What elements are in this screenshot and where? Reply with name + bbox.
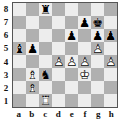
rank-label-6: 6	[0, 29, 12, 42]
piece-white-pawn: ♙	[78, 55, 91, 68]
piece-black-pawn: ♟	[104, 29, 117, 42]
chess-diagram: 87654321 ♜♟♚♟♟♟♝♟♟♙♟♙♟♙♟♙♟♙♝♗♞♚♔♝♗♜♖ abc…	[0, 0, 118, 119]
square-c5	[39, 42, 52, 55]
square-c2	[39, 81, 52, 94]
piece-white-pawn-fill: ♟	[52, 55, 65, 68]
square-a3	[13, 68, 26, 81]
piece-white-pawn: ♙	[104, 55, 117, 68]
square-g1	[91, 94, 104, 107]
piece-white-pawn-fill: ♟	[78, 55, 91, 68]
square-d8	[52, 3, 65, 16]
square-d1	[52, 94, 65, 107]
square-g3	[91, 68, 104, 81]
piece-black-bishop: ♝	[13, 42, 26, 55]
square-e1	[65, 94, 78, 107]
square-b7	[26, 16, 39, 29]
square-h7	[104, 16, 117, 29]
piece-white-pawn-fill: ♟	[65, 55, 78, 68]
square-b6	[26, 29, 39, 42]
square-e7	[65, 16, 78, 29]
piece-white-bishop-fill: ♝	[26, 68, 39, 81]
piece-white-bishop-fill: ♝	[26, 81, 39, 94]
piece-black-pawn: ♟	[91, 29, 104, 42]
square-h5	[104, 42, 117, 55]
square-b5: ♟	[26, 42, 39, 55]
piece-white-pawn: ♙	[91, 42, 104, 55]
square-d5	[52, 42, 65, 55]
file-label-d: d	[52, 108, 65, 119]
square-a4	[13, 55, 26, 68]
square-d2	[52, 81, 65, 94]
square-c6	[39, 29, 52, 42]
square-d6	[52, 29, 65, 42]
piece-white-bishop: ♗	[26, 81, 39, 94]
square-a2	[13, 81, 26, 94]
rank-label-4: 4	[0, 55, 12, 68]
square-e2	[65, 81, 78, 94]
file-label-g: g	[92, 108, 105, 119]
square-f6	[78, 29, 91, 42]
square-h4: ♟♙	[104, 55, 117, 68]
square-c1: ♜♖	[39, 94, 52, 107]
rank-label-3: 3	[0, 68, 12, 81]
piece-black-rook: ♜	[39, 3, 52, 16]
rank-label-2: 2	[0, 82, 12, 95]
piece-white-bishop: ♗	[26, 68, 39, 81]
square-b8	[26, 3, 39, 16]
square-c4	[39, 55, 52, 68]
square-d7	[52, 16, 65, 29]
piece-black-pawn: ♟	[26, 42, 39, 55]
square-a6	[13, 29, 26, 42]
rank-label-7: 7	[0, 15, 12, 28]
rank-label-1: 1	[0, 95, 12, 108]
piece-white-king-fill: ♚	[78, 68, 91, 81]
piece-white-pawn: ♙	[52, 55, 65, 68]
square-f8	[78, 3, 91, 16]
rank-label-5: 5	[0, 42, 12, 55]
piece-white-rook: ♖	[39, 94, 52, 107]
square-e6: ♟	[65, 29, 78, 42]
square-g7: ♚	[91, 16, 104, 29]
chess-board: ♜♟♚♟♟♟♝♟♟♙♟♙♟♙♟♙♟♙♝♗♞♚♔♝♗♜♖	[12, 2, 118, 108]
file-label-h: h	[105, 108, 118, 119]
piece-black-knight: ♞	[39, 68, 52, 81]
square-b4	[26, 55, 39, 68]
square-g4	[91, 55, 104, 68]
square-h6: ♟	[104, 29, 117, 42]
rank-label-8: 8	[0, 2, 12, 15]
square-e4: ♟♙	[65, 55, 78, 68]
piece-white-pawn: ♙	[65, 55, 78, 68]
square-h1	[104, 94, 117, 107]
square-h8	[104, 3, 117, 16]
square-f7: ♟	[78, 16, 91, 29]
square-c7	[39, 16, 52, 29]
square-a7	[13, 16, 26, 29]
square-f1	[78, 94, 91, 107]
piece-white-rook-fill: ♜	[39, 94, 52, 107]
square-c8: ♜	[39, 3, 52, 16]
rank-labels: 87654321	[0, 2, 12, 108]
square-d4: ♟♙	[52, 55, 65, 68]
square-e5	[65, 42, 78, 55]
piece-white-pawn-fill: ♟	[91, 42, 104, 55]
file-label-c: c	[39, 108, 52, 119]
square-f2	[78, 81, 91, 94]
square-c3: ♞	[39, 68, 52, 81]
square-h2	[104, 81, 117, 94]
square-e8	[65, 3, 78, 16]
square-a8	[13, 3, 26, 16]
file-label-f: f	[78, 108, 91, 119]
square-a5: ♝	[13, 42, 26, 55]
piece-white-pawn-fill: ♟	[104, 55, 117, 68]
square-f4: ♟♙	[78, 55, 91, 68]
square-g5: ♟♙	[91, 42, 104, 55]
file-label-e: e	[65, 108, 78, 119]
piece-black-king: ♚	[91, 16, 104, 29]
square-g6: ♟	[91, 29, 104, 42]
piece-black-pawn: ♟	[78, 16, 91, 29]
square-d3	[52, 68, 65, 81]
piece-black-pawn: ♟	[65, 29, 78, 42]
square-b3: ♝♗	[26, 68, 39, 81]
piece-white-king: ♔	[78, 68, 91, 81]
square-e3	[65, 68, 78, 81]
square-h3	[104, 68, 117, 81]
file-labels: abcdefgh	[12, 108, 118, 119]
square-g2	[91, 81, 104, 94]
square-a1	[13, 94, 26, 107]
square-b2: ♝♗	[26, 81, 39, 94]
file-label-a: a	[12, 108, 25, 119]
file-label-b: b	[25, 108, 38, 119]
square-g8	[91, 3, 104, 16]
square-b1	[26, 94, 39, 107]
square-f5	[78, 42, 91, 55]
square-f3: ♚♔	[78, 68, 91, 81]
